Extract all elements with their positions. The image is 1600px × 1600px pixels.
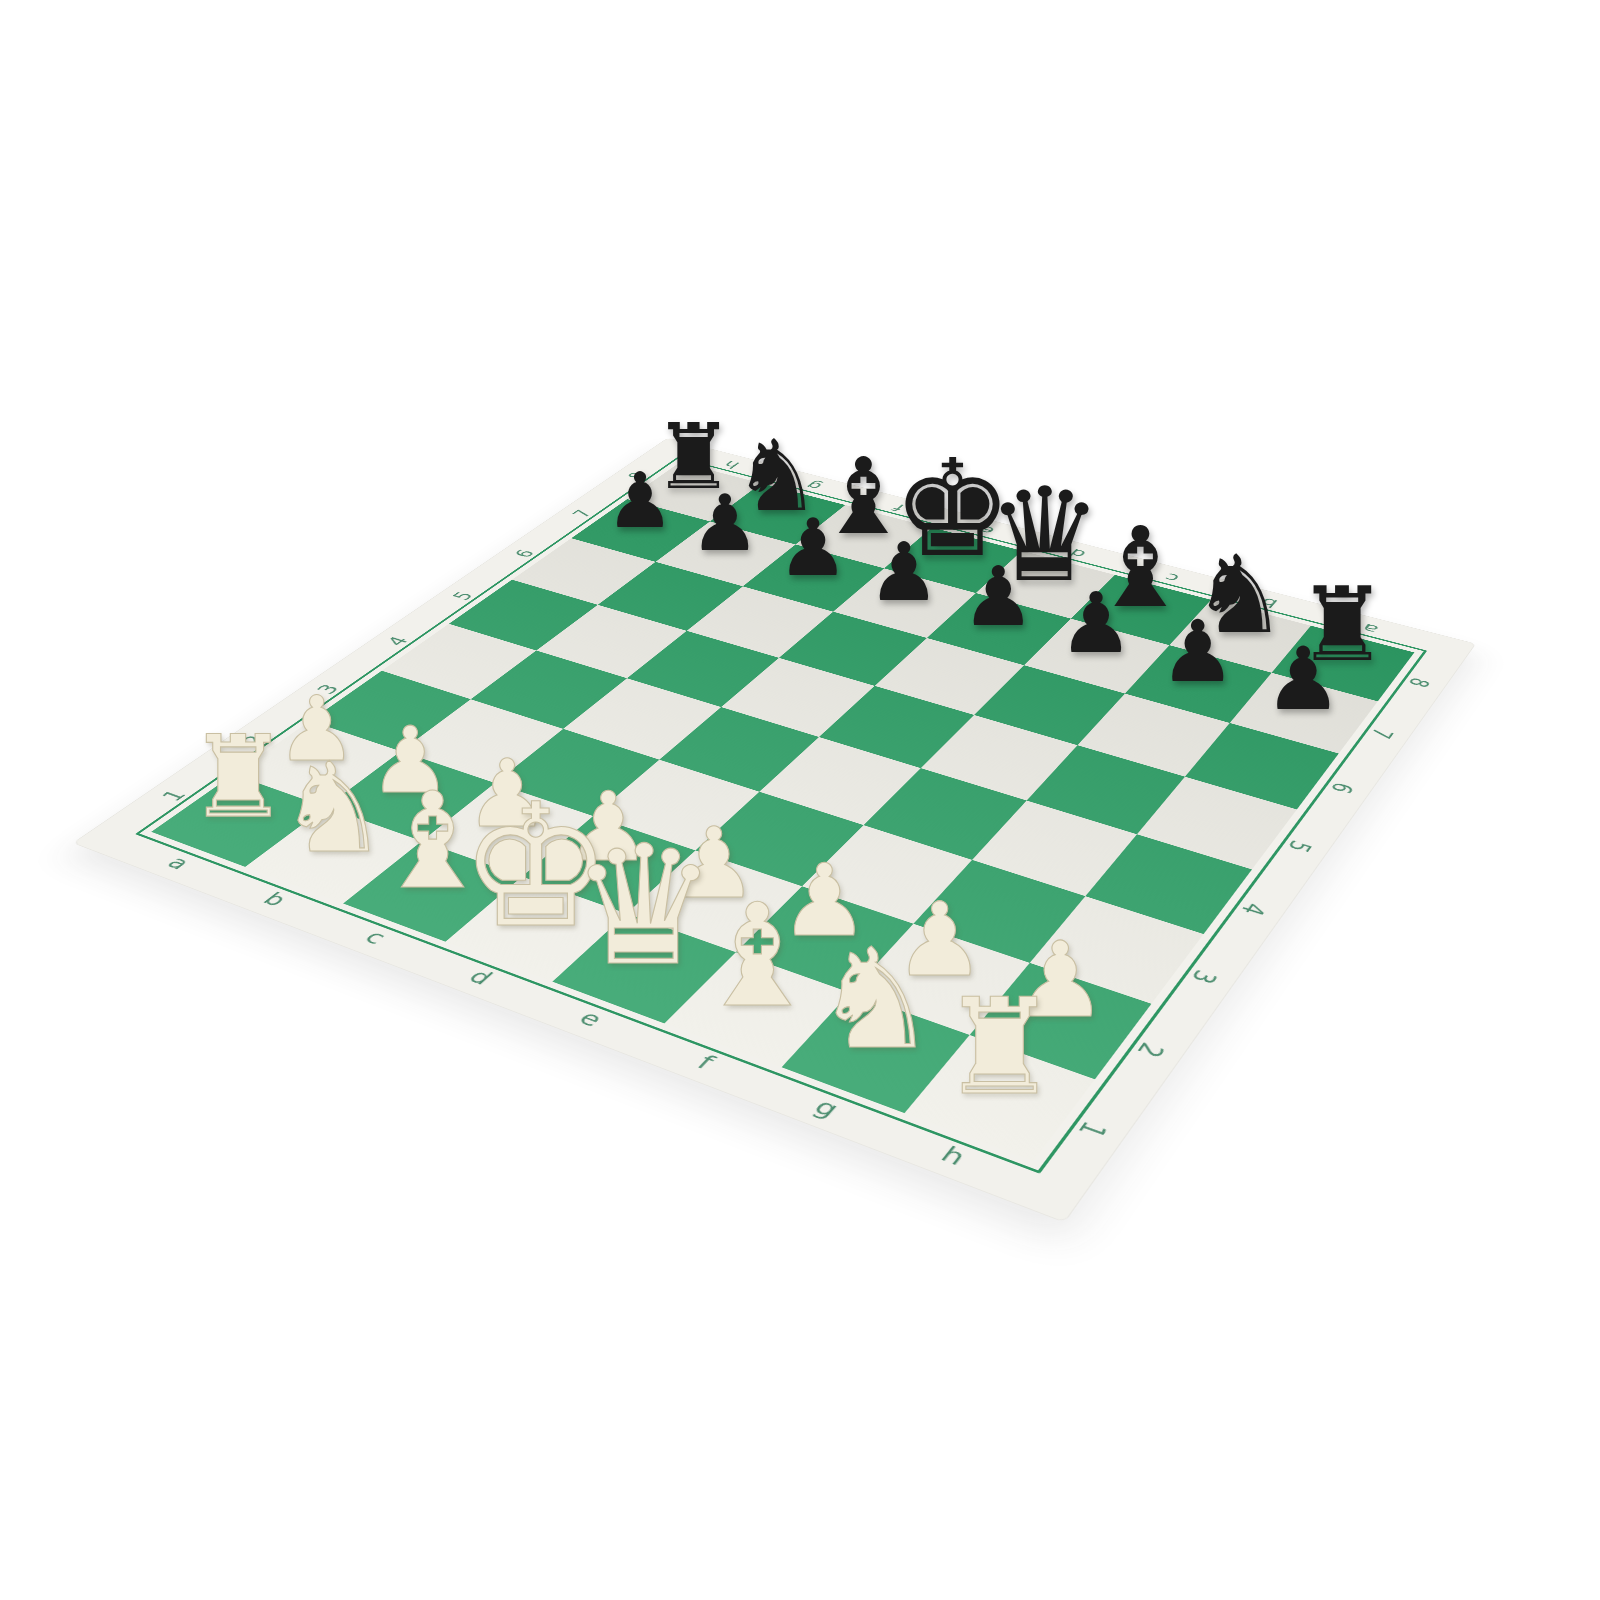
product-photo-scene: aabbccddeeffgghh1122334455667788 ♜♞♝♚♛♝♞… (0, 0, 1600, 1600)
chess-board-mat: aabbccddeeffgghh1122334455667788 (73, 438, 1477, 1223)
board-grid (151, 462, 1414, 1161)
